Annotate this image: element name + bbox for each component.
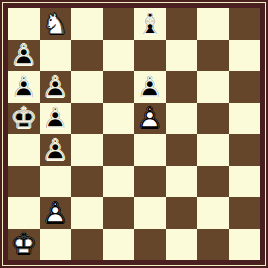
piece-black-pawn-a6[interactable]: ♟♙ [8, 71, 40, 103]
piece-white-pawn-b2[interactable]: ♟♙ [40, 197, 72, 229]
square-c5[interactable] [71, 103, 103, 135]
square-h4[interactable] [229, 134, 261, 166]
square-f7[interactable] [166, 40, 198, 72]
square-f3[interactable] [166, 166, 198, 198]
square-b6[interactable]: ♟♙ [40, 71, 72, 103]
square-a1[interactable]: ♚♔ [8, 229, 40, 261]
piece-outline-glyph: ♘ [40, 8, 72, 40]
square-e8[interactable]: ♝♗ [134, 8, 166, 40]
square-c4[interactable] [71, 134, 103, 166]
square-e2[interactable] [134, 197, 166, 229]
square-f8[interactable] [166, 8, 198, 40]
chessboard-frame: ♞♘♝♗♟♙♟♙♟♙♟♙♚♔♟♙♟♙♟♙♟♙♚♔ [0, 0, 268, 268]
piece-white-knight-b8[interactable]: ♞♘ [40, 8, 72, 40]
square-a2[interactable] [8, 197, 40, 229]
square-h5[interactable] [229, 103, 261, 135]
square-g8[interactable] [197, 8, 229, 40]
piece-black-pawn-a7[interactable]: ♟♙ [8, 40, 40, 72]
square-g4[interactable] [197, 134, 229, 166]
piece-outline-glyph: ♔ [8, 103, 40, 135]
square-e5[interactable]: ♟♙ [134, 103, 166, 135]
square-h2[interactable] [229, 197, 261, 229]
square-c7[interactable] [71, 40, 103, 72]
square-g5[interactable] [197, 103, 229, 135]
square-a3[interactable] [8, 166, 40, 198]
piece-outline-glyph: ♙ [40, 71, 72, 103]
square-d7[interactable] [103, 40, 135, 72]
piece-black-pawn-b4[interactable]: ♟♙ [40, 134, 72, 166]
square-h7[interactable] [229, 40, 261, 72]
square-b7[interactable] [40, 40, 72, 72]
square-d1[interactable] [103, 229, 135, 261]
square-a4[interactable] [8, 134, 40, 166]
square-g2[interactable] [197, 197, 229, 229]
square-a6[interactable]: ♟♙ [8, 71, 40, 103]
square-b3[interactable] [40, 166, 72, 198]
square-b8[interactable]: ♞♘ [40, 8, 72, 40]
square-c3[interactable] [71, 166, 103, 198]
square-h1[interactable] [229, 229, 261, 261]
square-c1[interactable] [71, 229, 103, 261]
square-h3[interactable] [229, 166, 261, 198]
square-f2[interactable] [166, 197, 198, 229]
square-e1[interactable] [134, 229, 166, 261]
piece-white-pawn-e5[interactable]: ♟♙ [134, 103, 166, 135]
square-a7[interactable]: ♟♙ [8, 40, 40, 72]
square-f1[interactable] [166, 229, 198, 261]
square-d2[interactable] [103, 197, 135, 229]
piece-outline-glyph: ♙ [40, 197, 72, 229]
square-e7[interactable] [134, 40, 166, 72]
square-b5[interactable]: ♟♙ [40, 103, 72, 135]
square-g7[interactable] [197, 40, 229, 72]
square-e3[interactable] [134, 166, 166, 198]
square-g1[interactable] [197, 229, 229, 261]
square-g3[interactable] [197, 166, 229, 198]
square-d6[interactable] [103, 71, 135, 103]
square-b4[interactable]: ♟♙ [40, 134, 72, 166]
piece-black-pawn-b6[interactable]: ♟♙ [40, 71, 72, 103]
square-f5[interactable] [166, 103, 198, 135]
piece-black-pawn-b5[interactable]: ♟♙ [40, 103, 72, 135]
square-g6[interactable] [197, 71, 229, 103]
square-c6[interactable] [71, 71, 103, 103]
square-h8[interactable] [229, 8, 261, 40]
piece-black-bishop-e8[interactable]: ♝♗ [134, 8, 166, 40]
piece-outline-glyph: ♙ [134, 71, 166, 103]
square-d3[interactable] [103, 166, 135, 198]
piece-outline-glyph: ♙ [8, 40, 40, 72]
piece-outline-glyph: ♙ [8, 71, 40, 103]
square-b1[interactable] [40, 229, 72, 261]
chess-board: ♞♘♝♗♟♙♟♙♟♙♟♙♚♔♟♙♟♙♟♙♟♙♚♔ [8, 8, 260, 260]
piece-white-king-a1[interactable]: ♚♔ [8, 229, 40, 261]
piece-outline-glyph: ♔ [8, 229, 40, 261]
square-a8[interactable] [8, 8, 40, 40]
piece-outline-glyph: ♗ [134, 8, 166, 40]
piece-outline-glyph: ♙ [134, 103, 166, 135]
piece-black-pawn-e6[interactable]: ♟♙ [134, 71, 166, 103]
square-h6[interactable] [229, 71, 261, 103]
square-f4[interactable] [166, 134, 198, 166]
square-b2[interactable]: ♟♙ [40, 197, 72, 229]
piece-outline-glyph: ♙ [40, 103, 72, 135]
square-d8[interactable] [103, 8, 135, 40]
square-d5[interactable] [103, 103, 135, 135]
square-c8[interactable] [71, 8, 103, 40]
piece-black-king-a5[interactable]: ♚♔ [8, 103, 40, 135]
piece-outline-glyph: ♙ [40, 134, 72, 166]
square-f6[interactable] [166, 71, 198, 103]
square-e4[interactable] [134, 134, 166, 166]
square-c2[interactable] [71, 197, 103, 229]
square-d4[interactable] [103, 134, 135, 166]
square-a5[interactable]: ♚♔ [8, 103, 40, 135]
square-e6[interactable]: ♟♙ [134, 71, 166, 103]
